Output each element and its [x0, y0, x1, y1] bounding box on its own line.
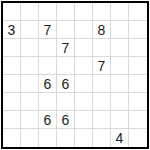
cell-r3c4: 7 [57, 39, 75, 57]
cell-r3c3[interactable] [39, 39, 57, 57]
cell-r4c3[interactable] [39, 57, 57, 75]
cell-r6c8[interactable] [129, 93, 147, 111]
puzzle-board-wrapper: 3787766664 [1, 1, 149, 149]
cell-r4c4[interactable] [57, 57, 75, 75]
cell-r6c6[interactable] [93, 93, 111, 111]
cell-r1c8[interactable] [129, 3, 147, 21]
cell-r5c6[interactable] [93, 75, 111, 93]
cell-r4c6: 7 [93, 57, 111, 75]
cell-r6c4[interactable] [57, 93, 75, 111]
cell-r8c7: 4 [111, 129, 129, 147]
cell-r1c7[interactable] [111, 3, 129, 21]
cell-r3c6[interactable] [93, 39, 111, 57]
cell-r6c1[interactable] [3, 93, 21, 111]
cell-r1c1[interactable] [3, 3, 21, 21]
cell-r5c1[interactable] [3, 75, 21, 93]
cell-r7c3: 6 [39, 111, 57, 129]
cell-r6c5[interactable] [75, 93, 93, 111]
cell-r4c5[interactable] [75, 57, 93, 75]
cell-r7c5[interactable] [75, 111, 93, 129]
cell-r8c8[interactable] [129, 129, 147, 147]
cell-r2c4[interactable] [57, 21, 75, 39]
cell-r5c2[interactable] [21, 75, 39, 93]
cell-r2c8[interactable] [129, 21, 147, 39]
cell-r4c7[interactable] [111, 57, 129, 75]
cell-r4c2[interactable] [21, 57, 39, 75]
cell-r5c8[interactable] [129, 75, 147, 93]
cell-r7c1[interactable] [3, 111, 21, 129]
cell-r6c2[interactable] [21, 93, 39, 111]
cell-r4c1[interactable] [3, 57, 21, 75]
cell-r1c3[interactable] [39, 3, 57, 21]
cell-r2c7[interactable] [111, 21, 129, 39]
cell-r8c1[interactable] [3, 129, 21, 147]
cell-r5c7[interactable] [111, 75, 129, 93]
cell-r1c2[interactable] [21, 3, 39, 21]
cell-r7c6[interactable] [93, 111, 111, 129]
cell-r6c7[interactable] [111, 93, 129, 111]
cell-r2c5[interactable] [75, 21, 93, 39]
cell-r7c2[interactable] [21, 111, 39, 129]
cell-r3c2[interactable] [21, 39, 39, 57]
cell-r5c5[interactable] [75, 75, 93, 93]
cell-r6c3[interactable] [39, 93, 57, 111]
cell-r8c5[interactable] [75, 129, 93, 147]
cell-r8c6[interactable] [93, 129, 111, 147]
cell-r5c3: 6 [39, 75, 57, 93]
cell-r3c7[interactable] [111, 39, 129, 57]
cell-r2c6: 8 [93, 21, 111, 39]
cell-r7c7[interactable] [111, 111, 129, 129]
cell-r2c2[interactable] [21, 21, 39, 39]
cell-r8c4[interactable] [57, 129, 75, 147]
cell-r3c1[interactable] [3, 39, 21, 57]
cell-r2c3: 7 [39, 21, 57, 39]
cell-r2c1: 3 [3, 21, 21, 39]
cell-r5c4: 6 [57, 75, 75, 93]
cell-r7c8[interactable] [129, 111, 147, 129]
cell-r7c4: 6 [57, 111, 75, 129]
cell-r1c5[interactable] [75, 3, 93, 21]
cell-r4c8[interactable] [129, 57, 147, 75]
cell-r1c4[interactable] [57, 3, 75, 21]
cell-r8c3[interactable] [39, 129, 57, 147]
cell-r3c5[interactable] [75, 39, 93, 57]
cell-r1c6[interactable] [93, 3, 111, 21]
cell-r8c2[interactable] [21, 129, 39, 147]
puzzle-board: 3787766664 [1, 1, 149, 149]
cell-r3c8[interactable] [129, 39, 147, 57]
